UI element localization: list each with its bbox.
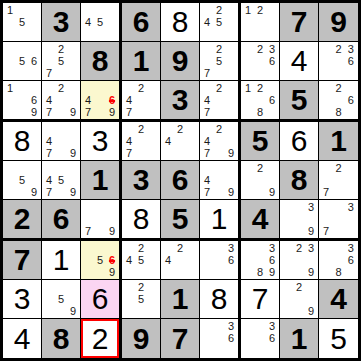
- candidate-7: 7: [201, 67, 213, 79]
- cell-r5c5[interactable]: 6: [161, 161, 200, 200]
- pencil-marks: 36: [200, 241, 238, 279]
- cell-r7c9[interactable]: 368: [319, 241, 358, 280]
- cell-r5c2[interactable]: 4579: [42, 161, 81, 200]
- candidate-6: 6: [266, 55, 278, 67]
- pencil-marks: 245: [200, 3, 238, 41]
- cell-r9c7[interactable]: 36: [241, 319, 280, 358]
- cell-r1c9[interactable]: 9: [319, 3, 358, 42]
- pencil-marks: 169: [3, 81, 41, 119]
- candidate-4: 4: [123, 94, 135, 106]
- solved-digit: 8: [133, 204, 150, 234]
- cell-r1c5[interactable]: 8: [161, 3, 200, 42]
- pencil-marks: 268: [319, 81, 358, 119]
- solved-digit: 6: [291, 126, 308, 156]
- candidate-5: 5: [55, 293, 67, 305]
- candidate-4: 4: [43, 94, 55, 106]
- candidate-6: 6: [225, 332, 237, 344]
- cell-r6c6[interactable]: 1: [200, 200, 241, 241]
- eliminated-candidate-6: 6: [106, 254, 118, 266]
- cell-r7c5[interactable]: 24: [161, 241, 200, 280]
- cell-r1c1[interactable]: 15: [3, 3, 42, 42]
- candidate-4: 4: [201, 135, 213, 147]
- candidate-5: 5: [16, 16, 28, 28]
- candidate-6: 6: [225, 254, 237, 266]
- candidate-5: 5: [213, 55, 225, 67]
- cell-r5c7[interactable]: 29: [241, 161, 280, 200]
- candidate-1: 1: [242, 4, 254, 16]
- cell-r8c1[interactable]: 3: [3, 280, 42, 319]
- candidate-9: 9: [225, 147, 237, 159]
- candidate-2: 2: [254, 162, 266, 174]
- given-digit: 8: [53, 324, 70, 354]
- cell-r4c6[interactable]: 2479: [200, 122, 241, 161]
- pencil-marks: 59: [42, 280, 80, 318]
- given-digit: 3: [53, 7, 70, 37]
- pencil-marks: 59: [3, 161, 41, 199]
- candidate-7: 7: [201, 186, 213, 198]
- solved-digit: 8: [172, 7, 189, 37]
- pencil-marks: 2479: [42, 81, 80, 119]
- given-digit: 5: [172, 204, 189, 234]
- pencil-marks: 1268: [241, 81, 279, 119]
- cell-r9c2[interactable]: 8: [42, 319, 81, 358]
- given-digit: 1: [133, 46, 150, 76]
- candidate-2: 2: [174, 242, 186, 254]
- candidate-5: 5: [135, 254, 147, 266]
- cell-r9c4[interactable]: 9: [122, 319, 161, 358]
- candidate-7: 7: [82, 225, 94, 237]
- candidate-9: 9: [67, 147, 79, 159]
- cell-r3c7[interactable]: 1268: [241, 81, 280, 122]
- candidate-9: 9: [106, 266, 118, 278]
- cell-r6c3[interactable]: 79: [81, 200, 122, 241]
- pencil-marks: 12: [241, 3, 279, 41]
- candidate-9: 9: [28, 106, 40, 118]
- cell-r9c3[interactable]: 2: [81, 319, 122, 358]
- pencil-marks: 39: [280, 200, 318, 238]
- solved-digit: 7: [252, 284, 269, 314]
- pencil-marks: 257: [42, 42, 80, 80]
- pencil-marks: 479: [200, 161, 238, 199]
- candidate-9: 9: [106, 225, 118, 237]
- cell-r8c9[interactable]: 4: [319, 280, 358, 319]
- candidate-3: 3: [345, 242, 357, 254]
- pencil-marks: 3689: [241, 241, 279, 279]
- candidate-5: 5: [55, 174, 67, 186]
- given-digit: 7: [172, 324, 189, 354]
- cell-r7c4[interactable]: 245: [122, 241, 161, 280]
- pencil-marks: 4796: [81, 81, 119, 119]
- cell-r6c9[interactable]: 37: [319, 200, 358, 241]
- candidate-2: 2: [254, 43, 266, 55]
- pencil-marks: 79: [81, 200, 119, 238]
- candidate-6: 6: [266, 94, 278, 106]
- cell-r8c7[interactable]: 7: [241, 280, 280, 319]
- candidate-2: 2: [332, 82, 344, 94]
- cell-r8c3[interactable]: 6: [81, 280, 122, 319]
- candidate-9: 9: [305, 266, 317, 278]
- candidate-7: 7: [43, 67, 55, 79]
- candidate-5: 5: [213, 16, 225, 28]
- cell-r6c1[interactable]: 2: [3, 200, 42, 241]
- candidate-7: 7: [123, 147, 135, 159]
- candidate-9: 9: [67, 305, 79, 317]
- cell-r4c3[interactable]: 3: [81, 122, 122, 161]
- pencil-marks: 36: [241, 319, 279, 358]
- cell-r8c6[interactable]: 8: [200, 280, 241, 319]
- cell-r3c3[interactable]: 4796: [81, 81, 122, 122]
- candidate-6: 6: [28, 55, 40, 67]
- cell-r8c8[interactable]: 29: [280, 280, 319, 319]
- cell-r7c6[interactable]: 36: [200, 241, 241, 280]
- candidate-4: 4: [162, 135, 174, 147]
- candidate-2: 2: [174, 123, 186, 135]
- pencil-marks: 29: [241, 161, 279, 199]
- candidate-7: 7: [43, 147, 55, 159]
- cell-r3c1[interactable]: 169: [3, 81, 42, 122]
- candidate-7: 7: [82, 106, 94, 118]
- pencil-marks: 25: [122, 280, 160, 318]
- solved-digit: 3: [92, 126, 109, 156]
- candidate-2: 2: [254, 82, 266, 94]
- candidate-1: 1: [4, 4, 16, 16]
- pencil-marks: 2479: [200, 122, 238, 160]
- cell-r6c4[interactable]: 8: [122, 200, 161, 241]
- candidate-9: 9: [28, 186, 40, 198]
- candidate-4: 4: [82, 16, 94, 28]
- solved-digit: 4: [14, 324, 31, 354]
- cell-r6c8[interactable]: 39: [280, 200, 319, 241]
- pencil-marks: 45: [81, 3, 119, 41]
- candidate-6: 6: [345, 94, 357, 106]
- candidate-4: 4: [201, 174, 213, 186]
- given-digit: 1: [92, 165, 109, 195]
- candidate-9: 9: [266, 266, 278, 278]
- pencil-marks: 56: [3, 42, 41, 80]
- cell-r1c3[interactable]: 45: [81, 3, 122, 42]
- given-digit: 5: [252, 126, 269, 156]
- cell-r2c7[interactable]: 236: [241, 42, 280, 81]
- solved-digit: 1: [211, 204, 228, 234]
- pencil-marks: 247: [122, 81, 160, 119]
- cell-r1c6[interactable]: 245: [200, 3, 241, 42]
- cell-r5c8[interactable]: 8: [280, 161, 319, 200]
- candidate-7: 7: [201, 147, 213, 159]
- cell-r2c3[interactable]: 8: [81, 42, 122, 81]
- candidate-5: 5: [16, 55, 28, 67]
- cell-r1c2[interactable]: 3: [42, 3, 81, 42]
- pencil-marks: 236: [241, 42, 279, 80]
- candidate-2: 2: [213, 43, 225, 55]
- eliminated-candidate-6: 6: [106, 94, 118, 106]
- candidate-2: 2: [213, 4, 225, 16]
- cell-r2c5[interactable]: 9: [161, 42, 200, 81]
- cell-r8c2[interactable]: 59: [42, 280, 81, 319]
- cell-r4c8[interactable]: 6: [280, 122, 319, 161]
- candidate-3: 3: [305, 242, 317, 254]
- candidate-3: 3: [345, 201, 357, 213]
- candidate-2: 2: [293, 242, 305, 254]
- candidate-1: 1: [4, 82, 16, 94]
- given-digit: 8: [92, 46, 109, 76]
- candidate-1: 1: [242, 82, 254, 94]
- candidate-8: 8: [332, 266, 344, 278]
- cell-r3c4[interactable]: 247: [122, 81, 161, 122]
- candidate-5: 5: [94, 16, 106, 28]
- given-digit: 1: [172, 284, 189, 314]
- candidate-7: 7: [43, 186, 55, 198]
- cell-r3c8[interactable]: 5: [280, 81, 319, 122]
- candidate-4: 4: [162, 254, 174, 266]
- candidate-9: 9: [225, 186, 237, 198]
- candidate-3: 3: [225, 242, 237, 254]
- cell-r3c2[interactable]: 2479: [42, 81, 81, 122]
- given-digit: 4: [252, 204, 269, 234]
- candidate-7: 7: [201, 106, 213, 118]
- solved-digit: 8: [14, 126, 31, 156]
- cell-r3c9[interactable]: 268: [319, 81, 358, 122]
- candidate-8: 8: [254, 266, 266, 278]
- candidate-4: 4: [82, 94, 94, 106]
- given-digit: 6: [53, 204, 70, 234]
- candidate-4: 4: [201, 94, 213, 106]
- given-digit: 3: [172, 85, 189, 115]
- candidate-2: 2: [55, 82, 67, 94]
- cell-r5c3[interactable]: 1: [81, 161, 122, 200]
- given-digit: 9: [330, 7, 347, 37]
- pencil-marks: 596: [81, 241, 119, 279]
- cell-r9c9[interactable]: 5: [319, 319, 358, 358]
- given-digit: 5: [291, 85, 308, 115]
- solved-digit: 1: [53, 245, 70, 275]
- given-digit: 2: [14, 204, 31, 234]
- cell-r7c1[interactable]: 7: [3, 241, 42, 280]
- pencil-marks: 37: [319, 200, 358, 238]
- candidate-6: 6: [345, 55, 357, 67]
- pencil-marks: 36: [200, 319, 238, 358]
- pencil-marks: 27: [319, 161, 358, 199]
- pencil-marks: 4579: [42, 161, 80, 199]
- pencil-marks: 247: [200, 81, 238, 119]
- cell-r8c5[interactable]: 1: [161, 280, 200, 319]
- cell-r5c6[interactable]: 479: [200, 161, 241, 200]
- cell-r6c5[interactable]: 5: [161, 200, 200, 241]
- pencil-marks: 236: [319, 42, 358, 80]
- cell-r7c2[interactable]: 1: [42, 241, 81, 280]
- candidate-4: 4: [43, 174, 55, 186]
- candidate-3: 3: [266, 43, 278, 55]
- cell-r4c5[interactable]: 24: [161, 122, 200, 161]
- candidate-2: 2: [55, 43, 67, 55]
- cell-r6c7[interactable]: 4: [241, 200, 280, 241]
- cell-r4c2[interactable]: 479: [42, 122, 81, 161]
- given-digit: 1: [330, 126, 347, 156]
- given-digit: 3: [133, 165, 150, 195]
- cell-r9c1[interactable]: 4: [3, 319, 42, 358]
- cell-r1c4[interactable]: 6: [122, 3, 161, 42]
- cell-r3c6[interactable]: 247: [200, 81, 241, 122]
- solved-digit: 3: [14, 284, 31, 314]
- candidate-3: 3: [266, 320, 278, 332]
- candidate-2: 2: [135, 123, 147, 135]
- candidate-6: 6: [266, 254, 278, 266]
- given-digit: 9: [133, 324, 150, 354]
- given-digit: 4: [330, 284, 347, 314]
- candidate-2: 2: [293, 281, 305, 293]
- cell-r7c3[interactable]: 596: [81, 241, 122, 280]
- solved-digit: 8: [211, 284, 228, 314]
- candidate-9: 9: [305, 225, 317, 237]
- pencil-marks: 368: [319, 241, 358, 279]
- cell-r4c4[interactable]: 247: [122, 122, 161, 161]
- cell-r3c5[interactable]: 3: [161, 81, 200, 122]
- cell-r2c4[interactable]: 1: [122, 42, 161, 81]
- candidate-2: 2: [135, 281, 147, 293]
- given-digit: 7: [14, 245, 31, 275]
- candidate-8: 8: [254, 106, 266, 118]
- given-digit: 6: [133, 7, 150, 37]
- cell-r5c1[interactable]: 59: [3, 161, 42, 200]
- solved-digit: 5: [330, 324, 347, 354]
- cell-r4c1[interactable]: 8: [3, 122, 42, 161]
- cell-r6c2[interactable]: 6: [42, 200, 81, 241]
- pencil-marks: 479: [42, 122, 80, 160]
- cell-r1c8[interactable]: 7: [280, 3, 319, 42]
- cell-r8c4[interactable]: 25: [122, 280, 161, 319]
- cell-r5c4[interactable]: 3: [122, 161, 161, 200]
- candidate-2: 2: [135, 82, 147, 94]
- cell-r9c8[interactable]: 1: [280, 319, 319, 358]
- cell-r4c7[interactable]: 5: [241, 122, 280, 161]
- given-digit: 8: [291, 165, 308, 195]
- cell-r4c9[interactable]: 1: [319, 122, 358, 161]
- given-digit: 1: [291, 324, 308, 354]
- cell-r2c6[interactable]: 257: [200, 42, 241, 81]
- given-digit: 9: [172, 46, 189, 76]
- candidate-3: 3: [225, 320, 237, 332]
- cell-r5c9[interactable]: 27: [319, 161, 358, 200]
- candidate-9: 9: [266, 186, 278, 198]
- candidate-5: 5: [135, 293, 147, 305]
- given-digit: 7: [291, 7, 308, 37]
- candidate-7: 7: [320, 225, 332, 237]
- cell-r2c1[interactable]: 56: [3, 42, 42, 81]
- candidate-2: 2: [135, 242, 147, 254]
- candidate-6: 6: [266, 332, 278, 344]
- given-digit: 6: [172, 165, 189, 195]
- cell-r2c8[interactable]: 4: [280, 42, 319, 81]
- sudoku-board: 1534568245127956257819257236423616924794…: [0, 0, 361, 361]
- candidate-9: 9: [106, 106, 118, 118]
- candidate-3: 3: [305, 201, 317, 213]
- pencil-marks: 247: [122, 122, 160, 160]
- candidate-7: 7: [123, 106, 135, 118]
- candidate-2: 2: [332, 162, 344, 174]
- cell-r1c7[interactable]: 12: [241, 3, 280, 42]
- cell-r2c9[interactable]: 236: [319, 42, 358, 81]
- candidate-9: 9: [67, 186, 79, 198]
- candidate-4: 4: [43, 135, 55, 147]
- candidate-4: 4: [123, 254, 135, 266]
- candidate-2: 2: [213, 123, 225, 135]
- candidate-4: 4: [123, 135, 135, 147]
- candidate-6: 6: [28, 94, 40, 106]
- candidate-4: 4: [201, 16, 213, 28]
- candidate-5: 5: [16, 174, 28, 186]
- candidate-7: 7: [320, 186, 332, 198]
- candidate-2: 2: [213, 82, 225, 94]
- candidate-9: 9: [305, 305, 317, 317]
- candidate-3: 3: [266, 242, 278, 254]
- cell-r9c6[interactable]: 36: [200, 319, 241, 358]
- cell-r7c8[interactable]: 239: [280, 241, 319, 280]
- solved-digit: 4: [291, 46, 308, 76]
- pencil-marks: 245: [122, 241, 160, 279]
- pencil-marks: 15: [3, 3, 41, 41]
- solved-digit: 2: [92, 324, 109, 354]
- candidate-3: 3: [345, 43, 357, 55]
- candidate-9: 9: [67, 106, 79, 118]
- solved-digit: 6: [92, 284, 109, 314]
- pencil-marks: 239: [280, 241, 318, 279]
- candidate-6: 6: [345, 254, 357, 266]
- candidate-5: 5: [55, 55, 67, 67]
- candidate-8: 8: [332, 106, 344, 118]
- cell-r2c2[interactable]: 257: [42, 42, 81, 81]
- cell-r9c5[interactable]: 7: [161, 319, 200, 358]
- candidate-7: 7: [43, 106, 55, 118]
- pencil-marks: 24: [161, 241, 199, 279]
- cell-r7c7[interactable]: 3689: [241, 241, 280, 280]
- candidate-5: 5: [94, 254, 106, 266]
- pencil-marks: 29: [280, 280, 318, 318]
- pencil-marks: 257: [200, 42, 238, 80]
- candidate-2: 2: [254, 4, 266, 16]
- candidate-2: 2: [332, 43, 344, 55]
- pencil-marks: 24: [161, 122, 199, 160]
